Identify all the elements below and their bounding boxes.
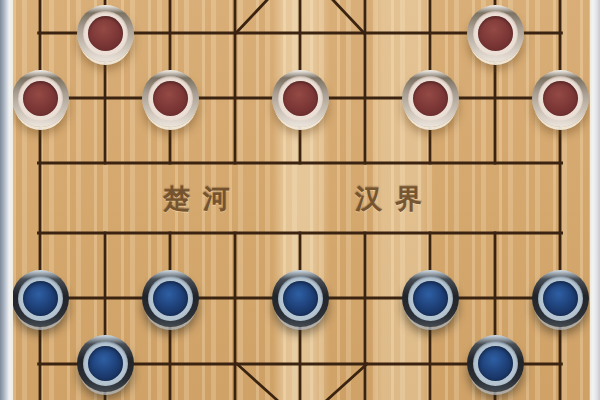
red-cannon[interactable] xyxy=(467,5,524,62)
red-soldier[interactable] xyxy=(532,70,589,127)
blue-soldier[interactable] xyxy=(12,270,69,327)
red-soldier[interactable] xyxy=(12,70,69,127)
red-soldier[interactable] xyxy=(272,70,329,127)
xiangqi-app: 楚河 汉界 xyxy=(0,0,600,400)
blue-cannon[interactable] xyxy=(467,335,524,392)
red-soldier[interactable] xyxy=(142,70,199,127)
blue-soldier[interactable] xyxy=(272,270,329,327)
blue-soldier[interactable] xyxy=(142,270,199,327)
red-soldier[interactable] xyxy=(402,70,459,127)
red-cannon[interactable] xyxy=(77,5,134,62)
piece-grid xyxy=(8,1,593,397)
left-edge-bar xyxy=(0,0,13,400)
blue-soldier[interactable] xyxy=(402,270,459,327)
right-edge-bar xyxy=(590,0,600,400)
blue-cannon[interactable] xyxy=(77,335,134,392)
blue-soldier[interactable] xyxy=(532,270,589,327)
